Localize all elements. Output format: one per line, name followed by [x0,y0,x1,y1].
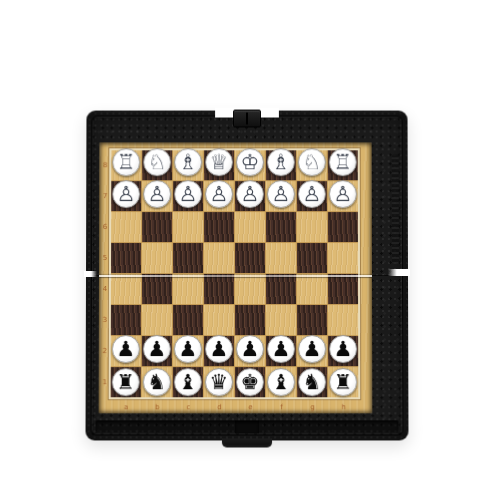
square-e8: ♔ [235,150,265,180]
square-a4 [111,274,141,304]
piece-black-pawn: ♟ [236,335,264,363]
square-h2: ♟ [328,336,358,366]
bottom-clasp-recess [235,420,259,433]
square-h5 [328,243,358,273]
clasp-latch [233,110,261,128]
square-a3 [111,305,141,335]
square-b4 [142,274,172,304]
piece-black-pawn: ♟ [112,335,140,363]
file-label-d: d [204,402,235,412]
square-g7: ♙ [297,181,327,211]
piece-white-rook: ♖ [112,148,140,176]
product-photo: ♖♘♗♕♔♗♘♖♙♙♙♙♙♙♙♙♟♟♟♟♟♟♟♟♜♞♝♛♚♝♞♜ 8765432… [0,0,500,500]
piece-white-knight: ♘ [143,148,171,176]
piece-white-pawn: ♙ [174,180,202,208]
square-c5 [173,243,203,273]
square-a1: ♜ [111,367,141,397]
square-f8: ♗ [266,150,296,180]
square-a8: ♖ [111,150,141,180]
square-h3 [328,305,358,335]
piece-white-rook: ♖ [329,148,357,176]
square-g4 [297,274,327,304]
chess-board: ♖♘♗♕♔♗♘♖♙♙♙♙♙♙♙♙♟♟♟♟♟♟♟♟♜♞♝♛♚♝♞♜ [111,150,359,397]
file-label-g: g [297,402,328,412]
square-f1: ♝ [266,367,296,397]
square-b8: ♘ [142,150,172,180]
square-d2: ♟ [204,336,234,366]
square-a2: ♟ [111,336,141,366]
square-c6 [173,212,203,242]
square-b7: ♙ [142,181,172,211]
molded-text-strip [392,154,399,264]
rank-label-8: 8 [100,150,110,181]
square-d4 [204,274,234,304]
piece-white-pawn: ♙ [298,180,326,208]
square-d5 [204,243,234,273]
square-b2: ♟ [142,336,172,366]
file-label-h: h [328,402,359,412]
square-g3 [297,305,327,335]
piece-white-pawn: ♙ [329,180,357,208]
rank-label-5: 5 [100,243,110,274]
board-fold-line [99,275,372,277]
square-c1: ♝ [173,367,203,397]
square-e7: ♙ [235,181,265,211]
file-label-c: c [173,402,204,412]
square-c2: ♟ [173,336,203,366]
board-mat: ♖♘♗♕♔♗♘♖♙♙♙♙♙♙♙♙♟♟♟♟♟♟♟♟♜♞♝♛♚♝♞♜ 8765432… [99,142,373,413]
square-b1: ♞ [142,367,172,397]
rank-label-3: 3 [100,305,110,336]
piece-black-bishop: ♝ [267,368,295,396]
piece-white-king: ♔ [236,148,264,176]
square-f7: ♙ [266,181,296,211]
piece-black-bishop: ♝ [174,368,202,396]
square-e1: ♚ [235,367,265,397]
piece-black-knight: ♞ [143,368,171,396]
bottom-clasp-tab [222,438,272,447]
piece-black-rook: ♜ [112,368,140,396]
hinge-gap-right [388,269,410,276]
square-g5 [297,243,327,273]
square-a7: ♙ [111,181,141,211]
piece-black-knight: ♞ [298,368,326,396]
square-d3 [204,305,234,335]
piece-white-bishop: ♗ [174,148,202,176]
piece-black-pawn: ♟ [174,335,202,363]
square-e4 [235,274,265,304]
hinge-gap-left [84,271,97,277]
square-d6 [204,212,234,242]
square-e6 [235,212,265,242]
square-e5 [235,243,265,273]
piece-white-queen: ♕ [205,148,233,176]
square-h4 [328,274,358,304]
square-c4 [173,274,203,304]
square-e2: ♟ [235,336,265,366]
square-g1: ♞ [297,367,327,397]
square-g8: ♘ [297,150,327,180]
square-a5 [111,243,141,273]
square-c7: ♙ [173,181,203,211]
piece-black-pawn: ♟ [205,335,233,363]
piece-black-pawn: ♟ [267,335,295,363]
square-f3 [266,305,296,335]
rank-label-2: 2 [100,336,110,367]
square-f2: ♟ [266,336,296,366]
square-c3 [173,305,203,335]
piece-black-pawn: ♟ [329,335,357,363]
square-h7: ♙ [328,181,358,211]
rank-label-1: 1 [100,367,110,398]
piece-black-pawn: ♟ [143,335,171,363]
piece-black-rook: ♜ [329,368,357,396]
chess-wallet-case: ♖♘♗♕♔♗♘♖♙♙♙♙♙♙♙♙♟♟♟♟♟♟♟♟♜♞♝♛♚♝♞♜ 8765432… [85,111,408,441]
piece-white-pawn: ♙ [267,180,295,208]
square-g2: ♟ [297,336,327,366]
square-f6 [266,212,296,242]
piece-black-pawn: ♟ [298,335,326,363]
rank-label-6: 6 [100,212,110,243]
square-c8: ♗ [173,150,203,180]
square-h8: ♖ [328,150,358,180]
file-label-a: a [111,402,142,412]
piece-white-pawn: ♙ [205,180,233,208]
piece-white-pawn: ♙ [236,180,264,208]
piece-white-pawn: ♙ [112,180,140,208]
square-d8: ♕ [204,150,234,180]
piece-white-knight: ♘ [298,148,326,176]
square-e3 [235,305,265,335]
square-d1: ♛ [204,367,234,397]
file-label-b: b [142,402,173,412]
rank-label-4: 4 [100,274,110,305]
rank-label-7: 7 [100,181,110,212]
square-b3 [142,305,172,335]
square-h6 [328,212,358,242]
square-f5 [266,243,296,273]
square-f4 [266,274,296,304]
square-h1: ♜ [328,367,358,397]
piece-white-pawn: ♙ [143,180,171,208]
file-label-e: e [235,402,266,412]
file-label-f: f [266,402,297,412]
square-b6 [142,212,172,242]
square-b5 [142,243,172,273]
square-g6 [297,212,327,242]
square-a6 [111,212,141,242]
piece-black-king: ♚ [236,368,264,396]
piece-black-queen: ♛ [205,368,233,396]
piece-white-bishop: ♗ [267,148,295,176]
square-d7: ♙ [204,181,234,211]
